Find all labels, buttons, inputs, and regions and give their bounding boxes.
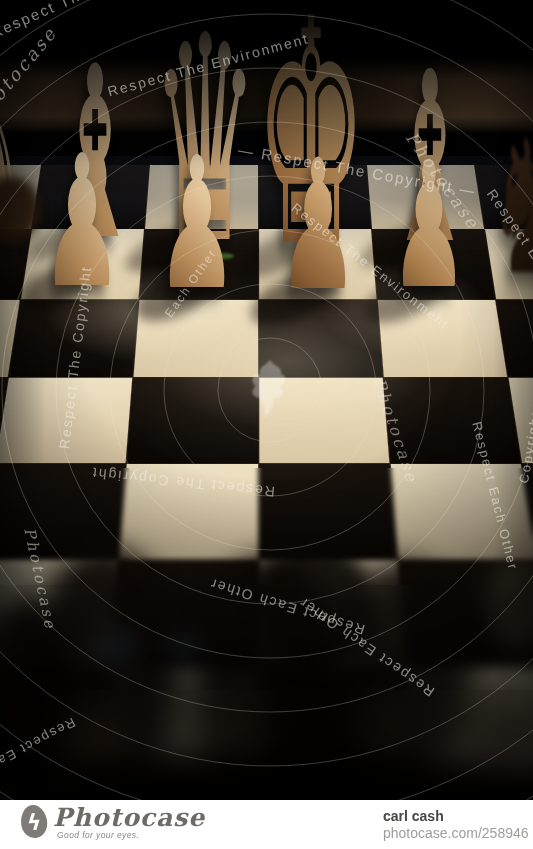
board-square — [111, 560, 257, 667]
board-square — [119, 464, 257, 559]
board-square — [474, 165, 533, 229]
board-square — [0, 464, 125, 559]
board-square — [371, 229, 494, 299]
green-felt-base — [210, 253, 234, 259]
watermark-text: Respect The Environment — [106, 30, 311, 99]
board-square — [21, 229, 144, 299]
board-square — [0, 789, 100, 800]
author-name[interactable]: carl cash — [383, 808, 529, 825]
board-square — [258, 229, 376, 299]
board-square — [258, 165, 370, 229]
board-square — [133, 300, 257, 377]
board-square — [145, 165, 257, 229]
board-square — [415, 789, 533, 800]
board-square — [397, 560, 533, 667]
board-square — [258, 300, 382, 377]
watermark-text: Respect The Environment — [0, 0, 195, 42]
board-square — [0, 560, 118, 667]
photo-link[interactable]: photocase.com/258946 — [383, 825, 529, 842]
lightning-bolt-icon: ϟ — [21, 806, 48, 839]
table-wood — [0, 56, 533, 134]
board-square — [32, 165, 149, 229]
board-square — [127, 378, 257, 464]
board-square — [139, 229, 257, 299]
photocase-logo[interactable]: ϟ Photocase Good for your eyes. — [21, 805, 205, 840]
board-square — [258, 789, 424, 800]
board-square — [258, 378, 388, 464]
credit-bar: ϟ Photocase Good for your eyes. carl cas… — [0, 800, 533, 849]
board-scene — [0, 165, 533, 800]
stock-photo-preview: ♞♝♟♛♟♚♟♝♟♞ Respect The EnvironmentRespec… — [0, 0, 533, 849]
board-square — [383, 378, 520, 464]
photocase-logo-icon: ϟ — [19, 804, 49, 840]
board-square — [9, 300, 139, 377]
board-square — [0, 378, 132, 464]
board-square — [0, 668, 109, 789]
watermark-text: Photocase — [0, 22, 61, 128]
board-square — [390, 464, 533, 559]
board-square — [101, 668, 257, 789]
board-square — [258, 668, 414, 789]
chess-board — [0, 165, 533, 800]
board-square — [90, 789, 256, 800]
board-square — [258, 560, 404, 667]
board-square — [366, 165, 483, 229]
board-square — [406, 668, 533, 789]
brand-wordmark: Photocase — [53, 805, 205, 831]
board-square — [258, 464, 396, 559]
photo-credit: carl cash photocase.com/258946 — [383, 808, 529, 842]
brand-tagline: Good for your eyes. — [57, 830, 205, 840]
board-square — [377, 300, 507, 377]
chess-photo: ♞♝♟♛♟♚♟♝♟♞ Respect The EnvironmentRespec… — [0, 0, 533, 800]
